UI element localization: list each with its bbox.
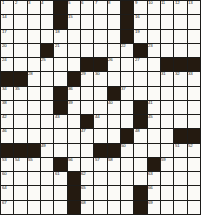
clue-number: 64 <box>2 186 6 190</box>
cell-r1c4[interactable]: 4 <box>41 1 53 14</box>
clue-number: 32 <box>175 72 179 76</box>
cell-r11c11[interactable] <box>134 144 146 157</box>
cell-r3c3[interactable] <box>28 30 40 43</box>
clue-number: 48 <box>135 129 139 133</box>
black-cell-r5c14 <box>174 58 186 71</box>
black-cell-r7c9 <box>108 87 120 100</box>
cell-r6c12[interactable] <box>148 72 160 85</box>
cell-r5c3[interactable] <box>28 58 40 71</box>
cell-r8c13[interactable] <box>161 101 173 114</box>
clue-number: 8 <box>108 1 110 5</box>
black-cell-r8c11 <box>134 101 146 114</box>
cell-r4c6[interactable] <box>68 44 80 57</box>
cell-r11c4[interactable]: 49 <box>41 144 53 157</box>
cell-r8c15[interactable] <box>188 101 200 114</box>
cell-r6c10[interactable] <box>121 72 133 85</box>
cell-r2c9[interactable] <box>108 15 120 28</box>
cell-r12c7[interactable] <box>81 158 93 171</box>
clue-number: 4 <box>41 1 43 5</box>
cell-r8c7[interactable] <box>81 101 93 114</box>
clue-number: 49 <box>41 144 45 148</box>
cell-r7c3[interactable] <box>28 87 40 100</box>
black-cell-r1c10 <box>121 1 133 14</box>
cell-r8c2[interactable] <box>14 101 26 114</box>
clue-number: 26 <box>108 58 112 62</box>
black-cell-r9c11 <box>134 115 146 128</box>
cell-r11c5[interactable] <box>54 144 66 157</box>
cell-r4c12[interactable]: 23 <box>148 44 160 57</box>
cell-r7c2[interactable]: 35 <box>14 87 26 100</box>
clue-number: 36 <box>68 87 72 91</box>
clue-number: 68 <box>81 201 85 205</box>
cell-r1c6[interactable]: 5 <box>68 1 80 14</box>
cell-r15c14[interactable] <box>174 201 186 214</box>
black-cell-r9c7 <box>81 115 93 128</box>
clue-number: 27 <box>135 58 139 62</box>
clue-number: 25 <box>41 58 45 62</box>
clue-number: 41 <box>148 101 152 105</box>
clue-number: 51 <box>175 144 179 148</box>
cell-r14c7[interactable]: 65 <box>81 186 93 199</box>
black-cell-r11c1 <box>1 144 13 157</box>
cell-r10c11[interactable]: 48 <box>134 129 146 142</box>
black-cell-r13c6 <box>68 172 80 185</box>
cell-r14c1[interactable]: 64 <box>1 186 13 199</box>
clue-number: 6 <box>81 1 83 5</box>
clue-number: 15 <box>68 15 72 19</box>
clue-number: 44 <box>95 115 99 119</box>
cell-r9c14[interactable] <box>174 115 186 128</box>
clue-number: 43 <box>55 115 59 119</box>
cell-r4c7[interactable] <box>81 44 93 57</box>
cell-r2c11[interactable]: 16 <box>134 15 146 28</box>
cell-r8c8[interactable] <box>94 101 106 114</box>
cell-r1c3[interactable]: 3 <box>28 1 40 14</box>
black-cell-r4c11 <box>134 44 146 57</box>
cell-r2c6[interactable]: 15 <box>68 15 80 28</box>
clue-number: 57 <box>95 158 99 162</box>
crossword-puzzle: 1234567891011121314151617181920212223242… <box>0 0 201 215</box>
clue-number: 47 <box>81 129 85 133</box>
cell-r15c9[interactable] <box>108 201 120 214</box>
clue-number: 35 <box>15 87 19 91</box>
clue-number: 34 <box>2 87 6 91</box>
cell-r11c15[interactable]: 52 <box>188 144 200 157</box>
cell-r10c12[interactable] <box>148 129 160 142</box>
cell-r15c12[interactable]: 69 <box>148 201 160 214</box>
clue-number: 60 <box>2 172 6 176</box>
black-cell-r10c15 <box>188 129 200 142</box>
black-cell-r4c4 <box>41 44 53 57</box>
cell-r12c13[interactable]: 59 <box>161 158 173 171</box>
cell-r13c7[interactable]: 62 <box>81 172 93 185</box>
cell-r13c1[interactable]: 60 <box>1 172 13 185</box>
cell-r12c14[interactable] <box>174 158 186 171</box>
cell-r7c4[interactable] <box>41 87 53 100</box>
cell-r10c13[interactable] <box>161 129 173 142</box>
black-cell-r10c14 <box>174 129 186 142</box>
clue-number: 14 <box>2 15 6 19</box>
cell-r15c2[interactable] <box>14 201 26 214</box>
cell-r8c9[interactable]: 40 <box>108 101 120 114</box>
black-cell-r5c7 <box>81 58 93 71</box>
cell-r14c14[interactable] <box>174 186 186 199</box>
cell-r6c11[interactable] <box>134 72 146 85</box>
cell-r9c4[interactable] <box>41 115 53 128</box>
cell-r5c11[interactable]: 27 <box>134 58 146 71</box>
clue-number: 3 <box>28 1 30 5</box>
cell-r7c11[interactable] <box>134 87 146 100</box>
black-cell-r11c8 <box>94 144 106 157</box>
cell-r15c5[interactable] <box>54 201 66 214</box>
cell-r4c14[interactable] <box>174 44 186 57</box>
cell-r2c3[interactable] <box>28 15 40 28</box>
cell-r1c11[interactable]: 9 <box>134 1 146 14</box>
cell-r6c9[interactable] <box>108 72 120 85</box>
cell-r6c4[interactable] <box>41 72 53 85</box>
cell-r3c11[interactable]: 19 <box>134 30 146 43</box>
cell-r4c1[interactable]: 20 <box>1 44 13 57</box>
cell-r6c14[interactable]: 32 <box>174 72 186 85</box>
cell-r14c2[interactable] <box>14 186 26 199</box>
cell-r9c12[interactable]: 45 <box>148 115 160 128</box>
clue-number: 33 <box>188 72 192 76</box>
cell-r7c15[interactable] <box>188 87 200 100</box>
clue-number: 2 <box>15 1 17 5</box>
cell-r3c12[interactable] <box>148 30 160 43</box>
cell-r10c7[interactable]: 47 <box>81 129 93 142</box>
cell-r11c12[interactable] <box>148 144 160 157</box>
clue-number: 59 <box>161 158 165 162</box>
cell-r10c6[interactable] <box>68 129 80 142</box>
cell-r2c13[interactable] <box>161 15 173 28</box>
cell-r15c4[interactable] <box>41 201 53 214</box>
cell-r7c6[interactable]: 36 <box>68 87 80 100</box>
cell-r3c7[interactable] <box>81 30 93 43</box>
cell-r3c14[interactable] <box>174 30 186 43</box>
black-cell-r2c10 <box>121 15 133 28</box>
black-cell-r12c5 <box>54 158 66 171</box>
clue-number: 50 <box>121 144 125 148</box>
cell-r7c8[interactable] <box>94 87 106 100</box>
cell-r1c1[interactable]: 1 <box>1 1 13 14</box>
clue-number: 17 <box>2 30 6 34</box>
cell-r1c9[interactable]: 8 <box>108 1 120 14</box>
clue-number: 12 <box>175 1 179 5</box>
cell-r12c9[interactable]: 58 <box>108 158 120 171</box>
cell-r2c12[interactable] <box>148 15 160 28</box>
cell-r4c3[interactable] <box>28 44 40 57</box>
cell-r11c6[interactable] <box>68 144 80 157</box>
cell-r13c3[interactable] <box>28 172 40 185</box>
black-cell-r2c5 <box>54 15 66 28</box>
clue-number: 30 <box>95 72 99 76</box>
cell-r15c7[interactable]: 68 <box>81 201 93 214</box>
cell-r15c3[interactable] <box>28 201 40 214</box>
cell-r9c5[interactable]: 43 <box>54 115 66 128</box>
cell-r12c11[interactable] <box>134 158 146 171</box>
cell-r3c4[interactable] <box>41 30 53 43</box>
cell-r14c8[interactable] <box>94 186 106 199</box>
black-cell-r12c12 <box>148 158 160 171</box>
cell-r3c15[interactable] <box>188 30 200 43</box>
cell-r13c4[interactable] <box>41 172 53 185</box>
cell-r7c14[interactable] <box>174 87 186 100</box>
cell-r14c5[interactable] <box>54 186 66 199</box>
cell-r12c8[interactable]: 57 <box>94 158 106 171</box>
cell-r6c7[interactable]: 29 <box>81 72 93 85</box>
crossword-grid: 1234567891011121314151617181920212223242… <box>0 0 201 215</box>
clue-number: 20 <box>2 44 6 48</box>
cell-r12c10[interactable] <box>121 158 133 171</box>
cell-r3c6[interactable] <box>68 30 80 43</box>
cell-r3c2[interactable] <box>14 30 26 43</box>
clue-number: 21 <box>55 44 59 48</box>
cell-r2c1[interactable]: 14 <box>1 15 13 28</box>
clue-number: 1 <box>2 1 4 5</box>
cell-r6c13[interactable]: 31 <box>161 72 173 85</box>
cell-r11c10[interactable]: 50 <box>121 144 133 157</box>
black-cell-r6c6 <box>68 72 80 85</box>
black-cell-r7c5 <box>54 87 66 100</box>
cell-r12c6[interactable]: 56 <box>68 158 80 171</box>
cell-r7c13[interactable] <box>161 87 173 100</box>
clue-number: 63 <box>148 172 152 176</box>
clue-number: 40 <box>108 101 112 105</box>
clue-number: 7 <box>95 1 97 5</box>
cell-r4c9[interactable] <box>108 44 120 57</box>
clue-number: 11 <box>161 1 165 5</box>
cell-r8c1[interactable]: 38 <box>1 101 13 114</box>
cell-r7c7[interactable] <box>81 87 93 100</box>
clue-number: 28 <box>28 72 32 76</box>
clue-number: 54 <box>15 158 19 162</box>
cell-r1c2[interactable]: 2 <box>14 1 26 14</box>
cell-r5c4[interactable]: 25 <box>41 58 53 71</box>
cell-r8c14[interactable] <box>174 101 186 114</box>
cell-r8c12[interactable]: 41 <box>148 101 160 114</box>
clue-number: 56 <box>68 158 72 162</box>
cell-r14c12[interactable]: 66 <box>148 186 160 199</box>
black-cell-r14c6 <box>68 186 80 199</box>
cell-r7c10[interactable]: 37 <box>121 87 133 100</box>
clue-number: 19 <box>135 30 139 34</box>
cell-r8c4[interactable] <box>41 101 53 114</box>
cell-r4c10[interactable]: 22 <box>121 44 133 57</box>
clue-number: 61 <box>55 172 59 176</box>
cell-r12c1[interactable]: 53 <box>1 158 13 171</box>
cell-r12c2[interactable]: 54 <box>14 158 26 171</box>
clue-number: 46 <box>2 129 6 133</box>
clue-number: 24 <box>2 58 6 62</box>
clue-number: 18 <box>55 30 59 34</box>
cell-r15c1[interactable]: 67 <box>1 201 13 214</box>
cell-r2c14[interactable] <box>174 15 186 28</box>
cell-r4c13[interactable] <box>161 44 173 57</box>
cell-r14c13[interactable] <box>161 186 173 199</box>
cell-r8c10[interactable] <box>121 101 133 114</box>
cell-r3c8[interactable] <box>94 30 106 43</box>
clue-number: 13 <box>188 1 192 5</box>
clue-number: 58 <box>108 158 112 162</box>
cell-r9c3[interactable] <box>28 115 40 128</box>
cell-r13c12[interactable]: 63 <box>148 172 160 185</box>
clue-number: 52 <box>188 144 192 148</box>
cell-r9c2[interactable] <box>14 115 26 128</box>
black-cell-r10c10 <box>121 129 133 142</box>
cell-r2c15[interactable] <box>188 15 200 28</box>
cell-r9c1[interactable]: 42 <box>1 115 13 128</box>
clue-number: 37 <box>121 87 125 91</box>
cell-r1c14[interactable]: 12 <box>174 1 186 14</box>
cell-r14c15[interactable] <box>188 186 200 199</box>
cell-r1c13[interactable]: 11 <box>161 1 173 14</box>
cell-r6c3[interactable]: 28 <box>28 72 40 85</box>
cell-r3c9[interactable] <box>108 30 120 43</box>
clue-number: 55 <box>28 158 32 162</box>
cell-r8c6[interactable]: 39 <box>68 101 80 114</box>
cell-r5c12[interactable] <box>148 58 160 71</box>
clue-number: 16 <box>135 15 139 19</box>
cell-r5c5[interactable] <box>54 58 66 71</box>
cell-r14c10[interactable] <box>121 186 133 199</box>
clue-number: 9 <box>135 1 137 5</box>
cell-r3c1[interactable]: 17 <box>1 30 13 43</box>
black-cell-r6c2 <box>14 72 26 85</box>
black-cell-r11c3 <box>28 144 40 157</box>
clue-number: 62 <box>81 172 85 176</box>
black-cell-r15c6 <box>68 201 80 214</box>
clue-number: 42 <box>2 115 6 119</box>
black-cell-r1c5 <box>54 1 66 14</box>
cell-r5c10[interactable] <box>121 58 133 71</box>
cell-r12c4[interactable] <box>41 158 53 171</box>
cell-r5c1[interactable]: 24 <box>1 58 13 71</box>
black-cell-r8c5 <box>54 101 66 114</box>
cell-r10c8[interactable] <box>94 129 106 142</box>
cell-r10c5[interactable] <box>54 129 66 142</box>
cell-r3c13[interactable] <box>161 30 173 43</box>
cell-r10c9[interactable] <box>108 129 120 142</box>
clue-number: 10 <box>148 1 152 5</box>
cell-r7c1[interactable]: 34 <box>1 87 13 100</box>
cell-r6c8[interactable]: 30 <box>94 72 106 85</box>
cell-r13c14[interactable] <box>174 172 186 185</box>
cell-r5c9[interactable]: 26 <box>108 58 120 71</box>
cell-r2c4[interactable] <box>41 15 53 28</box>
black-cell-r11c9 <box>108 144 120 157</box>
cell-r10c3[interactable] <box>28 129 40 142</box>
cell-r6c15[interactable]: 33 <box>188 72 200 85</box>
black-cell-r3c10 <box>121 30 133 43</box>
black-cell-r5c8 <box>94 58 106 71</box>
cell-r2c2[interactable] <box>14 15 26 28</box>
cell-r13c15[interactable] <box>188 172 200 185</box>
cell-r9c13[interactable] <box>161 115 173 128</box>
cell-r13c11[interactable] <box>134 172 146 185</box>
cell-r1c12[interactable]: 10 <box>148 1 160 14</box>
cell-r12c15[interactable] <box>188 158 200 171</box>
cell-r4c5[interactable]: 21 <box>54 44 66 57</box>
clue-number: 5 <box>68 1 70 5</box>
cell-r11c13[interactable] <box>161 144 173 157</box>
cell-r11c14[interactable]: 51 <box>174 144 186 157</box>
cell-r2c7[interactable] <box>81 15 93 28</box>
cell-r13c5[interactable]: 61 <box>54 172 66 185</box>
cell-r4c8[interactable] <box>94 44 106 57</box>
clue-number: 39 <box>68 101 72 105</box>
cell-r14c4[interactable] <box>41 186 53 199</box>
cell-r14c3[interactable] <box>28 186 40 199</box>
cell-r7c12[interactable] <box>148 87 160 100</box>
cell-r2c8[interactable] <box>94 15 106 28</box>
black-cell-r5c13 <box>161 58 173 71</box>
clue-number: 53 <box>2 158 6 162</box>
cell-r5c6[interactable] <box>68 58 80 71</box>
cell-r10c2[interactable] <box>14 129 26 142</box>
cell-r13c8[interactable] <box>94 172 106 185</box>
cell-r15c10[interactable] <box>121 201 133 214</box>
cell-r13c10[interactable] <box>121 172 133 185</box>
clue-number: 29 <box>81 72 85 76</box>
cell-r8c3[interactable] <box>28 101 40 114</box>
black-cell-r15c11 <box>134 201 146 214</box>
black-cell-r11c2 <box>14 144 26 157</box>
cell-r9c9[interactable] <box>108 115 120 128</box>
cell-r9c15[interactable] <box>188 115 200 128</box>
cell-r10c4[interactable] <box>41 129 53 142</box>
clue-number: 22 <box>121 44 125 48</box>
cell-r4c15[interactable] <box>188 44 200 57</box>
cell-r11c7[interactable] <box>81 144 93 157</box>
black-cell-r14c11 <box>134 186 146 199</box>
clue-number: 69 <box>148 201 152 205</box>
clue-number: 67 <box>2 201 6 205</box>
clue-number: 66 <box>148 186 152 190</box>
cell-r1c15[interactable]: 13 <box>188 1 200 14</box>
clue-number: 45 <box>148 115 152 119</box>
cell-r12c3[interactable]: 55 <box>28 158 40 171</box>
cell-r15c15[interactable] <box>188 201 200 214</box>
cell-r9c10[interactable] <box>121 115 133 128</box>
cell-r10c1[interactable]: 46 <box>1 129 13 142</box>
cell-r13c9[interactable] <box>108 172 120 185</box>
cell-r9c6[interactable] <box>68 115 80 128</box>
clue-number: 31 <box>161 72 165 76</box>
black-cell-r5c15 <box>188 58 200 71</box>
black-cell-r6c1 <box>1 72 13 85</box>
clue-number: 38 <box>2 101 6 105</box>
cell-r5c2[interactable] <box>14 58 26 71</box>
clue-number: 23 <box>148 44 152 48</box>
cell-r15c13[interactable] <box>161 201 173 214</box>
cell-r3c5[interactable]: 18 <box>54 30 66 43</box>
cell-r9c8[interactable]: 44 <box>94 115 106 128</box>
cell-r15c8[interactable] <box>94 201 106 214</box>
cell-r4c2[interactable] <box>14 44 26 57</box>
cell-r6c5[interactable] <box>54 72 66 85</box>
cell-r1c8[interactable]: 7 <box>94 1 106 14</box>
cell-r14c9[interactable] <box>108 186 120 199</box>
cell-r13c2[interactable] <box>14 172 26 185</box>
clue-number: 65 <box>81 186 85 190</box>
cell-r13c13[interactable] <box>161 172 173 185</box>
cell-r1c7[interactable]: 6 <box>81 1 93 14</box>
